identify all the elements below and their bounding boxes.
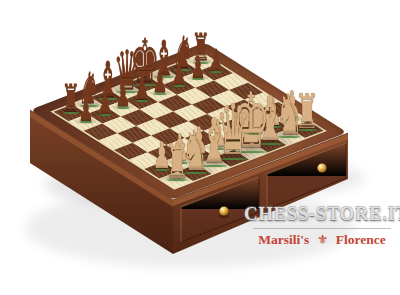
watermark-divider: [253, 228, 391, 229]
brand-suffix: Florence: [336, 232, 386, 247]
fleur-de-lis-icon: ⚜: [315, 232, 331, 247]
store-logo-text: CHESS-STORE.IT: [244, 203, 400, 225]
watermark: CHESS-STORE.IT Marsili's ⚜ Florence: [244, 203, 400, 248]
product-photo: ♜♞♝♛♚♝♞♜♟♟♟♟♟♟♟♟♟♟♟♟♟♟♟♟♜♞♝♛♚♝♞♜ CHESS-S…: [0, 0, 400, 295]
brand-prefix: Marsili's: [258, 232, 309, 247]
brand-text: Marsili's ⚜ Florence: [244, 232, 400, 248]
